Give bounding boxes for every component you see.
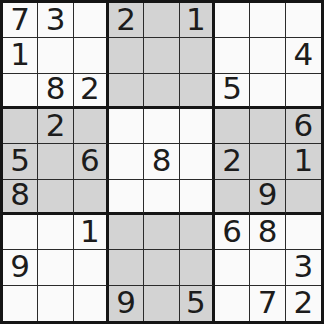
cell-r6c5[interactable]	[144, 180, 179, 215]
cell-r9c7[interactable]	[215, 286, 250, 321]
cell-r3c2[interactable]: 8	[38, 74, 73, 109]
cell-r2c2[interactable]	[38, 38, 73, 73]
cell-r7c5[interactable]	[144, 215, 179, 250]
cell-r5c8[interactable]	[250, 144, 285, 179]
cell-r3c1[interactable]	[3, 74, 38, 109]
cell-r7c6[interactable]	[180, 215, 215, 250]
cell-r5c5[interactable]: 8	[144, 144, 179, 179]
cell-r9c6[interactable]: 5	[180, 286, 215, 321]
cell-r8c4[interactable]	[109, 250, 144, 285]
cell-r9c1[interactable]	[3, 286, 38, 321]
cell-r1c3[interactable]	[74, 3, 109, 38]
cell-r5c9[interactable]: 1	[286, 144, 321, 179]
cell-r1c8[interactable]	[250, 3, 285, 38]
cell-r8c3[interactable]	[74, 250, 109, 285]
cell-r4c4[interactable]	[109, 109, 144, 144]
cell-r3c5[interactable]	[144, 74, 179, 109]
cell-r4c7[interactable]	[215, 109, 250, 144]
cell-r4c1[interactable]	[3, 109, 38, 144]
cell-r4c9[interactable]: 6	[286, 109, 321, 144]
cell-r7c9[interactable]	[286, 215, 321, 250]
cell-r2c3[interactable]	[74, 38, 109, 73]
cell-r8c7[interactable]	[215, 250, 250, 285]
given-digit: 3	[46, 4, 66, 35]
given-digit: 2	[46, 110, 66, 141]
cell-r3c3[interactable]: 2	[74, 74, 109, 109]
given-digit: 5	[186, 287, 206, 318]
cell-r8c6[interactable]	[180, 250, 215, 285]
cell-r3c9[interactable]	[286, 74, 321, 109]
cell-r5c2[interactable]	[38, 144, 73, 179]
given-digit: 7	[10, 4, 30, 35]
given-digit: 4	[293, 39, 313, 70]
cell-r2c5[interactable]	[144, 38, 179, 73]
sudoku-app: 732114825265682189168939572	[0, 0, 324, 324]
cell-r6c1[interactable]: 8	[3, 180, 38, 215]
cell-r3c7[interactable]: 5	[215, 74, 250, 109]
cell-r1c2[interactable]: 3	[38, 3, 73, 38]
cell-r5c7[interactable]: 2	[215, 144, 250, 179]
given-digit: 9	[10, 251, 30, 282]
cell-r6c7[interactable]	[215, 180, 250, 215]
cell-r6c2[interactable]	[38, 180, 73, 215]
given-digit: 2	[80, 74, 100, 105]
cell-r5c3[interactable]: 6	[74, 144, 109, 179]
given-digit: 8	[152, 145, 172, 176]
cell-r7c3[interactable]: 1	[74, 215, 109, 250]
given-digit: 9	[258, 180, 278, 211]
cell-r7c4[interactable]	[109, 215, 144, 250]
cell-r2c6[interactable]	[180, 38, 215, 73]
cell-r6c3[interactable]	[74, 180, 109, 215]
given-digit: 9	[116, 287, 136, 318]
cell-r4c3[interactable]	[74, 109, 109, 144]
cell-r9c5[interactable]	[144, 286, 179, 321]
given-digit: 6	[80, 145, 100, 176]
cell-r4c6[interactable]	[180, 109, 215, 144]
cell-r1c5[interactable]	[144, 3, 179, 38]
cell-r6c8[interactable]: 9	[250, 180, 285, 215]
cell-r7c8[interactable]: 8	[250, 215, 285, 250]
cell-r8c8[interactable]	[250, 250, 285, 285]
cell-r5c6[interactable]	[180, 144, 215, 179]
cell-r6c6[interactable]	[180, 180, 215, 215]
cell-r1c4[interactable]: 2	[109, 3, 144, 38]
cell-r2c9[interactable]: 4	[286, 38, 321, 73]
cell-r2c7[interactable]	[215, 38, 250, 73]
cell-r9c4[interactable]: 9	[109, 286, 144, 321]
cell-r7c7[interactable]: 6	[215, 215, 250, 250]
cell-r1c9[interactable]	[286, 3, 321, 38]
cell-r8c9[interactable]: 3	[286, 250, 321, 285]
given-digit: 8	[10, 180, 30, 211]
cell-r5c1[interactable]: 5	[3, 144, 38, 179]
given-digit: 2	[116, 4, 136, 35]
cell-r3c8[interactable]	[250, 74, 285, 109]
given-digit: 1	[293, 145, 313, 176]
cell-r2c8[interactable]	[250, 38, 285, 73]
cell-r2c4[interactable]	[109, 38, 144, 73]
given-digit: 2	[222, 145, 242, 176]
given-digit: 8	[46, 74, 66, 105]
cell-r6c9[interactable]	[286, 180, 321, 215]
cell-r9c9[interactable]: 2	[286, 286, 321, 321]
given-digit: 2	[293, 287, 313, 318]
cell-r4c5[interactable]	[144, 109, 179, 144]
given-digit: 1	[10, 39, 30, 70]
sudoku-board: 732114825265682189168939572	[0, 0, 324, 324]
given-digit: 3	[293, 251, 313, 282]
given-digit: 8	[258, 216, 278, 247]
cell-r9c2[interactable]	[38, 286, 73, 321]
given-digit: 7	[258, 287, 278, 318]
cell-r3c4[interactable]	[109, 74, 144, 109]
cell-r7c1[interactable]	[3, 215, 38, 250]
cell-r9c8[interactable]: 7	[250, 286, 285, 321]
cell-r5c4[interactable]	[109, 144, 144, 179]
given-digit: 5	[222, 74, 242, 105]
cell-r3c6[interactable]	[180, 74, 215, 109]
cell-r8c1[interactable]: 9	[3, 250, 38, 285]
cell-r8c5[interactable]	[144, 250, 179, 285]
cell-r9c3[interactable]	[74, 286, 109, 321]
cell-r2c1[interactable]: 1	[3, 38, 38, 73]
cell-r8c2[interactable]	[38, 250, 73, 285]
cell-r7c2[interactable]	[38, 215, 73, 250]
cell-r4c2[interactable]: 2	[38, 109, 73, 144]
cell-r1c6[interactable]: 1	[180, 3, 215, 38]
cell-r4c8[interactable]	[250, 109, 285, 144]
cell-r1c7[interactable]	[215, 3, 250, 38]
given-digit: 5	[10, 145, 30, 176]
cell-r6c4[interactable]	[109, 180, 144, 215]
given-digit: 1	[186, 4, 206, 35]
given-digit: 6	[293, 110, 313, 141]
given-digit: 1	[80, 216, 100, 247]
cell-r1c1[interactable]: 7	[3, 3, 38, 38]
given-digit: 6	[222, 216, 242, 247]
